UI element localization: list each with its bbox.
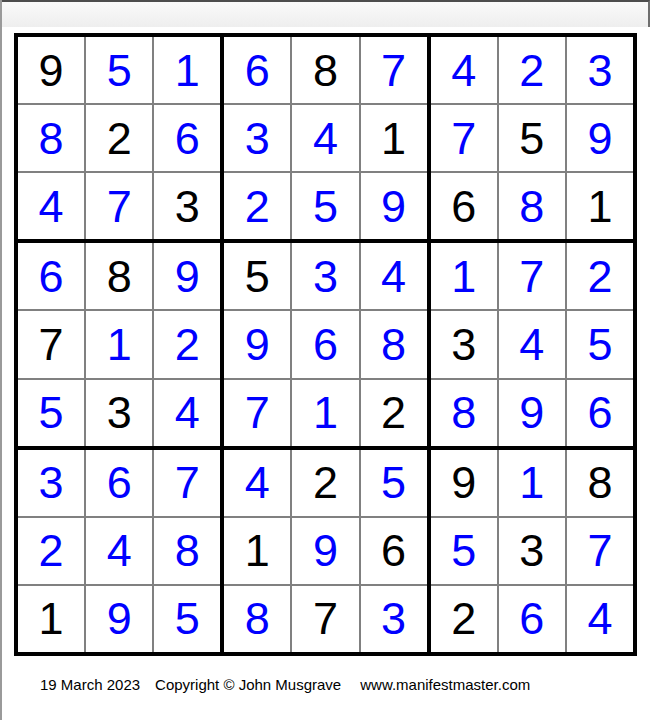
cell-r3c6: 9 <box>361 173 427 239</box>
cell-r8c6: 6 <box>361 518 427 584</box>
cell-r8c7: 5 <box>431 518 497 584</box>
cell-r1c7: 4 <box>431 37 497 103</box>
cell-r2c4: 3 <box>224 105 290 171</box>
cell-r7c3: 7 <box>154 450 220 516</box>
page: { "game": "sudoku", "state": "solved", "… <box>0 0 650 720</box>
cell-r9c6: 3 <box>361 586 427 652</box>
cell-r2c8: 5 <box>499 105 565 171</box>
cell-r6c3: 4 <box>154 380 220 446</box>
cell-r4c1: 6 <box>18 243 84 309</box>
box-4: 689712534 <box>18 243 220 445</box>
cell-r1c8: 2 <box>499 37 565 103</box>
cell-r1c3: 1 <box>154 37 220 103</box>
cell-r8c5: 9 <box>292 518 358 584</box>
cell-r4c5: 3 <box>292 243 358 309</box>
cell-r9c9: 4 <box>567 586 633 652</box>
cell-r7c6: 5 <box>361 450 427 516</box>
cell-r7c8: 1 <box>499 450 565 516</box>
cell-r6c4: 7 <box>224 380 290 446</box>
cell-r4c4: 5 <box>224 243 290 309</box>
cell-r9c1: 1 <box>18 586 84 652</box>
cell-r7c7: 9 <box>431 450 497 516</box>
sudoku-board: 951826473 687341259 423759681 689712534 … <box>14 33 637 656</box>
cell-r3c8: 8 <box>499 173 565 239</box>
box-6: 172345896 <box>431 243 633 445</box>
footer-date: 19 March 2023 <box>40 676 140 693</box>
cell-r6c2: 3 <box>86 380 152 446</box>
cell-r3c1: 4 <box>18 173 84 239</box>
cell-r9c4: 8 <box>224 586 290 652</box>
box-8: 425196873 <box>224 450 426 652</box>
box-9: 918537264 <box>431 450 633 652</box>
footer-copyright: Copyright © John Musgrave <box>155 676 341 693</box>
cell-r1c5: 8 <box>292 37 358 103</box>
cell-r5c4: 9 <box>224 311 290 377</box>
cell-r8c9: 7 <box>567 518 633 584</box>
cell-r3c5: 5 <box>292 173 358 239</box>
cell-r5c1: 7 <box>18 311 84 377</box>
box-2: 687341259 <box>224 37 426 239</box>
cell-r4c8: 7 <box>499 243 565 309</box>
box-7: 367248195 <box>18 450 220 652</box>
cell-r2c3: 6 <box>154 105 220 171</box>
cell-r3c7: 6 <box>431 173 497 239</box>
cell-r8c1: 2 <box>18 518 84 584</box>
cell-r2c9: 9 <box>567 105 633 171</box>
footer-website: www.manifestmaster.com <box>360 676 530 693</box>
cell-r5c6: 8 <box>361 311 427 377</box>
cell-r5c5: 6 <box>292 311 358 377</box>
cell-r3c2: 7 <box>86 173 152 239</box>
cell-r9c5: 7 <box>292 586 358 652</box>
cell-r1c1: 9 <box>18 37 84 103</box>
cell-r6c1: 5 <box>18 380 84 446</box>
cell-r8c2: 4 <box>86 518 152 584</box>
cell-r8c3: 8 <box>154 518 220 584</box>
cell-r6c6: 2 <box>361 380 427 446</box>
cell-r2c1: 8 <box>18 105 84 171</box>
cell-r7c9: 8 <box>567 450 633 516</box>
cell-r1c6: 7 <box>361 37 427 103</box>
cell-r9c7: 2 <box>431 586 497 652</box>
cell-r6c5: 1 <box>292 380 358 446</box>
cell-r1c2: 5 <box>86 37 152 103</box>
cell-r3c3: 3 <box>154 173 220 239</box>
cell-r4c3: 9 <box>154 243 220 309</box>
cell-r3c4: 2 <box>224 173 290 239</box>
cell-r7c4: 4 <box>224 450 290 516</box>
cell-r6c7: 8 <box>431 380 497 446</box>
cell-r9c8: 6 <box>499 586 565 652</box>
cell-r5c9: 5 <box>567 311 633 377</box>
footer: 19 March 2023 Copyright © John Musgrave … <box>40 672 530 696</box>
cell-r8c8: 3 <box>499 518 565 584</box>
cell-r2c7: 7 <box>431 105 497 171</box>
window-header-strip <box>0 0 650 27</box>
cell-r1c9: 3 <box>567 37 633 103</box>
cell-r5c2: 1 <box>86 311 152 377</box>
box-5: 534968712 <box>224 243 426 445</box>
cell-r9c3: 5 <box>154 586 220 652</box>
cell-r1c4: 6 <box>224 37 290 103</box>
cell-r4c9: 2 <box>567 243 633 309</box>
box-3: 423759681 <box>431 37 633 239</box>
cell-r7c2: 6 <box>86 450 152 516</box>
cell-r5c7: 3 <box>431 311 497 377</box>
cell-r2c6: 1 <box>361 105 427 171</box>
cell-r9c2: 9 <box>86 586 152 652</box>
cell-r5c8: 4 <box>499 311 565 377</box>
cell-r6c8: 9 <box>499 380 565 446</box>
window-left-edge <box>0 0 2 720</box>
cell-r2c5: 4 <box>292 105 358 171</box>
cell-r6c9: 6 <box>567 380 633 446</box>
cell-r2c2: 2 <box>86 105 152 171</box>
cell-r7c1: 3 <box>18 450 84 516</box>
cell-r4c6: 4 <box>361 243 427 309</box>
cell-r4c7: 1 <box>431 243 497 309</box>
cell-r5c3: 2 <box>154 311 220 377</box>
cell-r8c4: 1 <box>224 518 290 584</box>
box-1: 951826473 <box>18 37 220 239</box>
cell-r4c2: 8 <box>86 243 152 309</box>
cell-r7c5: 2 <box>292 450 358 516</box>
cell-r3c9: 1 <box>567 173 633 239</box>
